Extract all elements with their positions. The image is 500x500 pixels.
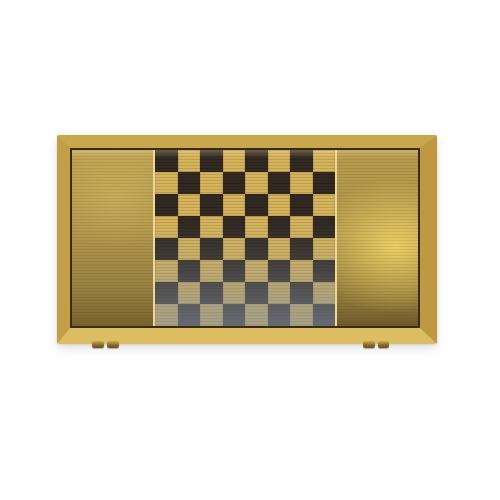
square-e5[interactable] <box>245 216 268 238</box>
square-g8[interactable] <box>290 150 313 172</box>
game-box <box>57 135 437 344</box>
square-h4[interactable] <box>313 238 336 260</box>
square-g7[interactable] <box>290 172 313 194</box>
square-b2[interactable] <box>178 282 201 304</box>
square-c6[interactable] <box>200 194 223 216</box>
frame-seam-line <box>70 148 420 328</box>
chessboard <box>155 150 335 326</box>
square-d4[interactable] <box>223 238 246 260</box>
square-e2[interactable] <box>245 282 268 304</box>
square-d5[interactable] <box>223 216 246 238</box>
square-e7[interactable] <box>245 172 268 194</box>
square-c1[interactable] <box>200 304 223 326</box>
square-d2[interactable] <box>223 282 246 304</box>
square-a3[interactable] <box>155 260 178 282</box>
square-h6[interactable] <box>313 194 336 216</box>
right-panel-grain <box>337 150 418 326</box>
square-h7[interactable] <box>313 172 336 194</box>
square-a1[interactable] <box>155 304 178 326</box>
square-g2[interactable] <box>290 282 313 304</box>
chessboard-inlay <box>153 150 337 326</box>
square-e4[interactable] <box>245 238 268 260</box>
square-a4[interactable] <box>155 238 178 260</box>
square-c4[interactable] <box>200 238 223 260</box>
square-f6[interactable] <box>268 194 291 216</box>
square-c3[interactable] <box>200 260 223 282</box>
square-b4[interactable] <box>178 238 201 260</box>
square-d8[interactable] <box>223 150 246 172</box>
square-c2[interactable] <box>200 282 223 304</box>
square-h3[interactable] <box>313 260 336 282</box>
square-d6[interactable] <box>223 194 246 216</box>
square-a8[interactable] <box>155 150 178 172</box>
square-f8[interactable] <box>268 150 291 172</box>
square-g1[interactable] <box>290 304 313 326</box>
square-f4[interactable] <box>268 238 291 260</box>
square-f5[interactable] <box>268 216 291 238</box>
square-h8[interactable] <box>313 150 336 172</box>
square-b8[interactable] <box>178 150 201 172</box>
square-b5[interactable] <box>178 216 201 238</box>
square-d7[interactable] <box>223 172 246 194</box>
photo-background <box>0 0 500 500</box>
square-e1[interactable] <box>245 304 268 326</box>
square-a5[interactable] <box>155 216 178 238</box>
box-lid <box>72 150 418 326</box>
square-b7[interactable] <box>178 172 201 194</box>
square-c5[interactable] <box>200 216 223 238</box>
left-hinge <box>92 341 119 348</box>
square-c7[interactable] <box>200 172 223 194</box>
square-b1[interactable] <box>178 304 201 326</box>
square-c8[interactable] <box>200 150 223 172</box>
left-wood-panel <box>72 150 153 326</box>
square-a6[interactable] <box>155 194 178 216</box>
hinge-knuckle <box>363 341 375 348</box>
square-f1[interactable] <box>268 304 291 326</box>
square-a2[interactable] <box>155 282 178 304</box>
square-a7[interactable] <box>155 172 178 194</box>
left-panel-grain <box>72 150 153 326</box>
square-e3[interactable] <box>245 260 268 282</box>
square-e8[interactable] <box>245 150 268 172</box>
square-f7[interactable] <box>268 172 291 194</box>
square-f3[interactable] <box>268 260 291 282</box>
square-b6[interactable] <box>178 194 201 216</box>
hinge-knuckle <box>92 341 104 348</box>
square-d3[interactable] <box>223 260 246 282</box>
square-b3[interactable] <box>178 260 201 282</box>
square-h5[interactable] <box>313 216 336 238</box>
right-wood-panel <box>337 150 418 326</box>
square-g3[interactable] <box>290 260 313 282</box>
hinge-knuckle <box>378 341 390 348</box>
square-f2[interactable] <box>268 282 291 304</box>
square-g5[interactable] <box>290 216 313 238</box>
square-g4[interactable] <box>290 238 313 260</box>
square-d1[interactable] <box>223 304 246 326</box>
hinge-knuckle <box>107 341 119 348</box>
square-h2[interactable] <box>313 282 336 304</box>
square-e6[interactable] <box>245 194 268 216</box>
square-h1[interactable] <box>313 304 336 326</box>
right-hinge <box>363 341 389 348</box>
square-g6[interactable] <box>290 194 313 216</box>
